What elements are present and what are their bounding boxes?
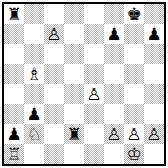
square-c7[interactable]: ♙	[44, 24, 64, 44]
square-b2[interactable]: ♘	[24, 124, 44, 144]
piece-white-pawn: ♙	[44, 24, 64, 44]
square-b3[interactable]: ♟	[24, 104, 44, 124]
square-b1[interactable]	[24, 144, 44, 164]
square-d6[interactable]	[64, 44, 84, 64]
square-h6[interactable]	[144, 44, 164, 64]
square-f6[interactable]	[104, 44, 124, 64]
square-e4[interactable]: ♙	[84, 84, 104, 104]
piece-black-pawn: ♟	[4, 124, 24, 144]
square-h5[interactable]	[144, 64, 164, 84]
square-h7[interactable]: ♟	[144, 24, 164, 44]
square-e1[interactable]	[84, 144, 104, 164]
square-c6[interactable]	[44, 44, 64, 64]
square-g8[interactable]: ♚	[124, 4, 144, 24]
piece-white-pawn: ♙	[124, 124, 144, 144]
square-f8[interactable]	[104, 4, 124, 24]
square-h2[interactable]: ♙	[144, 124, 164, 144]
piece-white-pawn: ♙	[144, 124, 164, 144]
square-a4[interactable]	[4, 84, 24, 104]
square-e8[interactable]	[84, 4, 104, 24]
square-g6[interactable]	[124, 44, 144, 64]
square-h4[interactable]	[144, 84, 164, 104]
square-a5[interactable]	[4, 64, 24, 84]
square-a2[interactable]: ♟	[4, 124, 24, 144]
square-g3[interactable]	[124, 104, 144, 124]
square-f5[interactable]	[104, 64, 124, 84]
piece-white-knight: ♘	[24, 124, 44, 144]
square-b7[interactable]	[24, 24, 44, 44]
square-d4[interactable]	[64, 84, 84, 104]
square-f7[interactable]: ♟	[104, 24, 124, 44]
piece-black-king: ♚	[124, 4, 144, 24]
piece-white-bishop: ♗	[24, 64, 44, 84]
square-f2[interactable]: ♙	[104, 124, 124, 144]
square-f4[interactable]	[104, 84, 124, 104]
square-h8[interactable]	[144, 4, 164, 24]
square-c5[interactable]	[44, 64, 64, 84]
square-c4[interactable]	[44, 84, 64, 104]
square-d2[interactable]: ♜	[64, 124, 84, 144]
piece-black-rook: ♜	[64, 124, 84, 144]
square-g5[interactable]	[124, 64, 144, 84]
square-c2[interactable]	[44, 124, 64, 144]
square-d5[interactable]	[64, 64, 84, 84]
square-d7[interactable]	[64, 24, 84, 44]
square-b5[interactable]: ♗	[24, 64, 44, 84]
square-a8[interactable]: ♜	[4, 4, 24, 24]
chess-board-frame: ♜♚♙♟♟♗♙♟♟♘♜♙♙♙♖♔	[2, 2, 166, 166]
square-a1[interactable]: ♖	[4, 144, 24, 164]
square-b8[interactable]	[24, 4, 44, 24]
square-g7[interactable]	[124, 24, 144, 44]
square-a3[interactable]	[4, 104, 24, 124]
square-d8[interactable]	[64, 4, 84, 24]
piece-white-pawn: ♙	[104, 124, 124, 144]
square-d3[interactable]	[64, 104, 84, 124]
square-a7[interactable]	[4, 24, 24, 44]
square-b4[interactable]	[24, 84, 44, 104]
square-g2[interactable]: ♙	[124, 124, 144, 144]
square-e3[interactable]	[84, 104, 104, 124]
piece-white-king: ♔	[124, 144, 144, 164]
square-e2[interactable]	[84, 124, 104, 144]
square-h3[interactable]	[144, 104, 164, 124]
piece-white-pawn: ♙	[84, 84, 104, 104]
piece-black-pawn: ♟	[144, 24, 164, 44]
square-e5[interactable]	[84, 64, 104, 84]
piece-black-rook: ♜	[4, 4, 24, 24]
piece-black-pawn: ♟	[24, 104, 44, 124]
square-e6[interactable]	[84, 44, 104, 64]
square-c3[interactable]	[44, 104, 64, 124]
square-c1[interactable]	[44, 144, 64, 164]
square-d1[interactable]	[64, 144, 84, 164]
square-g4[interactable]	[124, 84, 144, 104]
square-c8[interactable]	[44, 4, 64, 24]
square-f1[interactable]	[104, 144, 124, 164]
square-g1[interactable]: ♔	[124, 144, 144, 164]
chess-board: ♜♚♙♟♟♗♙♟♟♘♜♙♙♙♖♔	[4, 4, 164, 164]
square-a6[interactable]	[4, 44, 24, 64]
square-h1[interactable]	[144, 144, 164, 164]
square-b6[interactable]	[24, 44, 44, 64]
square-f3[interactable]	[104, 104, 124, 124]
square-e7[interactable]	[84, 24, 104, 44]
piece-white-rook: ♖	[4, 144, 24, 164]
piece-black-pawn: ♟	[104, 24, 124, 44]
